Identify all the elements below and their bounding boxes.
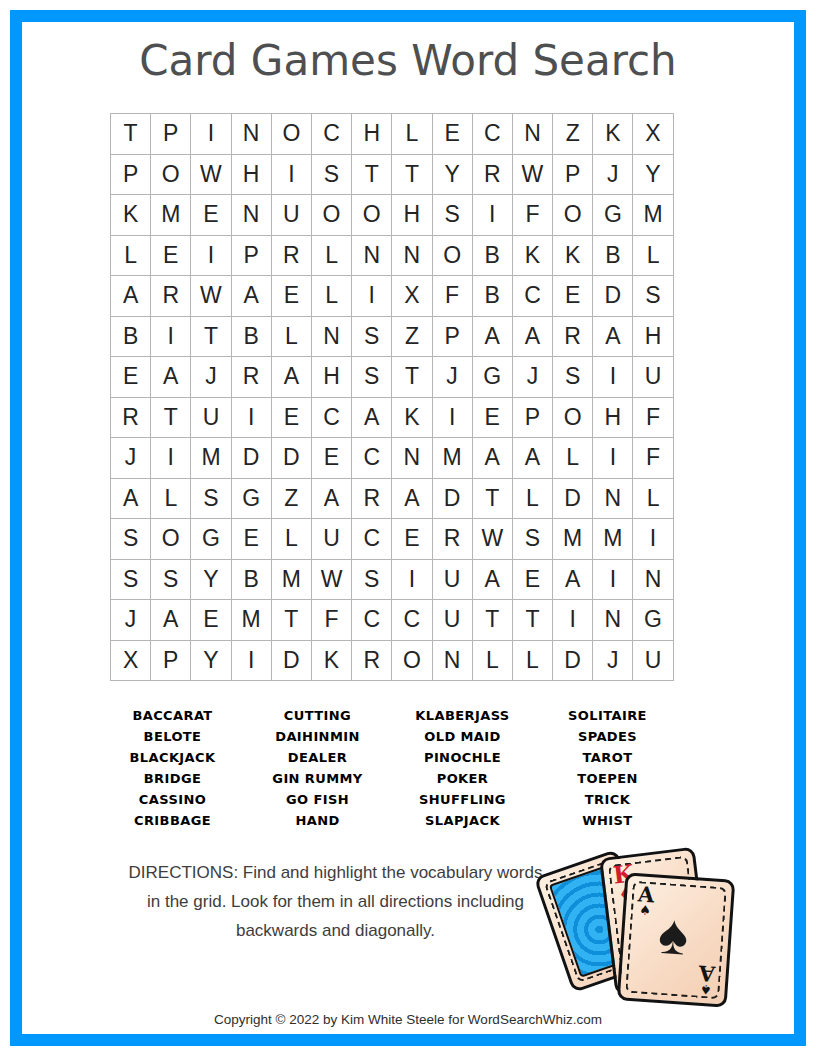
grid-cell: C	[352, 519, 391, 559]
grid-cell: D	[593, 276, 632, 316]
grid-cell: F	[433, 276, 472, 316]
grid-cell: N	[392, 236, 431, 276]
word-list-item: CRIBBAGE	[100, 810, 245, 831]
grid-cell: Z	[392, 317, 431, 357]
grid-cell: S	[352, 317, 391, 357]
grid-cell: I	[433, 398, 472, 438]
grid-cell: A	[513, 438, 552, 478]
grid-cell: I	[191, 114, 230, 154]
grid-cell: I	[633, 519, 672, 559]
grid-cell: L	[272, 317, 311, 357]
grid-cell: I	[352, 276, 391, 316]
grid-cell: E	[111, 357, 150, 397]
grid-cell: F	[633, 438, 672, 478]
word-list-column: CUTTINGDAIHINMINDEALERGIN RUMMYGO FISHHA…	[245, 705, 390, 831]
grid-cell: T	[473, 479, 512, 519]
grid-cell: R	[111, 398, 150, 438]
grid-cell: J	[191, 357, 230, 397]
directions-line: in the grid. Look for them in all direct…	[118, 887, 553, 916]
grid-cell: N	[633, 560, 672, 600]
grid-cell: X	[111, 641, 150, 681]
grid-cell: L	[111, 236, 150, 276]
page: Card Games Word Search TPINOCHLECNZKXPOW…	[0, 0, 816, 1056]
directions-text: DIRECTIONS: Find and highlight the vocab…	[118, 858, 553, 945]
grid-cell: G	[593, 195, 632, 235]
grid-cell: L	[513, 641, 552, 681]
grid-cell: S	[191, 479, 230, 519]
grid-cell: O	[433, 236, 472, 276]
grid-cell: M	[633, 195, 672, 235]
grid-cell: T	[473, 600, 512, 640]
grid-cell: O	[553, 398, 592, 438]
grid-cell: S	[633, 276, 672, 316]
grid-cell: K	[593, 114, 632, 154]
grid-cell: N	[593, 600, 632, 640]
grid-cell: E	[433, 114, 472, 154]
grid-cell: J	[111, 600, 150, 640]
grid-cell: T	[272, 600, 311, 640]
grid-cell: T	[513, 600, 552, 640]
grid-cell: R	[151, 276, 190, 316]
grid-cell: L	[633, 479, 672, 519]
word-list-item: HAND	[245, 810, 390, 831]
grid-cell: J	[513, 357, 552, 397]
grid-cell: Y	[191, 560, 230, 600]
ace-rank-label: A	[698, 963, 716, 984]
grid-cell: S	[433, 195, 472, 235]
grid-cell: E	[553, 276, 592, 316]
grid-cell: J	[593, 641, 632, 681]
word-list-item: BACCARAT	[100, 705, 245, 726]
grid-cell: N	[312, 317, 351, 357]
grid-cell: R	[232, 357, 271, 397]
word-list-item: TOEPEN	[535, 768, 680, 789]
grid-cell: O	[272, 114, 311, 154]
grid-cell: I	[593, 357, 632, 397]
word-list-item: BLACKJACK	[100, 747, 245, 768]
grid-cell: F	[312, 600, 351, 640]
grid-cell: U	[272, 195, 311, 235]
word-list-item: DAIHINMIN	[245, 726, 390, 747]
grid-cell: B	[473, 236, 512, 276]
grid-cell: S	[352, 357, 391, 397]
grid-cell: S	[151, 560, 190, 600]
grid-cell: C	[473, 114, 512, 154]
grid-cell: L	[392, 114, 431, 154]
grid-cell: F	[513, 195, 552, 235]
grid-cell: E	[191, 600, 230, 640]
grid-cell: X	[633, 114, 672, 154]
grid-cell: A	[392, 479, 431, 519]
grid-cell: O	[312, 195, 351, 235]
grid-cell: C	[392, 600, 431, 640]
grid-cell: B	[473, 276, 512, 316]
grid-cell: K	[312, 641, 351, 681]
grid-cell: S	[111, 560, 150, 600]
grid-cell: M	[191, 438, 230, 478]
grid-cell: A	[111, 479, 150, 519]
word-list: BACCARATBELOTEBLACKJACKBRIDGECASSINOCRIB…	[100, 705, 680, 831]
word-list-item: BELOTE	[100, 726, 245, 747]
grid-cell: P	[151, 114, 190, 154]
grid-cell: A	[473, 438, 512, 478]
grid-cell: T	[392, 357, 431, 397]
grid-cell: I	[272, 155, 311, 195]
grid-cell: P	[553, 155, 592, 195]
grid-cell: P	[433, 317, 472, 357]
grid-cell: D	[553, 641, 592, 681]
grid-cell: M	[232, 600, 271, 640]
grid-cell: L	[553, 438, 592, 478]
grid-cell: N	[593, 479, 632, 519]
grid-cell: N	[232, 195, 271, 235]
grid-cell: J	[111, 438, 150, 478]
spade-icon: ♠	[622, 901, 724, 968]
word-list-item: SHUFFLING	[390, 789, 535, 810]
grid-cell: P	[513, 398, 552, 438]
grid-cell: N	[352, 236, 391, 276]
grid-cell: W	[312, 560, 351, 600]
grid-cell: A	[232, 276, 271, 316]
grid-cell: W	[473, 519, 512, 559]
word-list-item: SPADES	[535, 726, 680, 747]
grid-cell: J	[593, 155, 632, 195]
grid-cell: R	[352, 479, 391, 519]
word-list-item: GO FISH	[245, 789, 390, 810]
grid-cell: L	[151, 479, 190, 519]
grid-cell: O	[352, 195, 391, 235]
grid-cell: E	[232, 519, 271, 559]
grid-cell: S	[513, 519, 552, 559]
grid-cell: R	[553, 317, 592, 357]
grid-cell: L	[272, 519, 311, 559]
grid-cell: A	[151, 600, 190, 640]
grid-cell: E	[191, 195, 230, 235]
grid-cell: F	[633, 398, 672, 438]
grid-cell: I	[232, 641, 271, 681]
grid-cell: A	[111, 276, 150, 316]
grid-cell: H	[312, 357, 351, 397]
grid-cell: T	[111, 114, 150, 154]
word-list-item: DEALER	[245, 747, 390, 768]
grid-cell: P	[232, 236, 271, 276]
grid-cell: R	[272, 236, 311, 276]
grid-cell: A	[513, 317, 552, 357]
grid-cell: K	[392, 398, 431, 438]
grid-cell: L	[513, 479, 552, 519]
playing-cards-illustration: ♦ K ♦ A ♠ ♠ ♠ A	[545, 848, 750, 1016]
grid-cell: O	[151, 155, 190, 195]
word-list-item: TRICK	[535, 789, 680, 810]
grid-cell: B	[593, 236, 632, 276]
word-list-item: TAROT	[535, 747, 680, 768]
grid-cell: E	[513, 560, 552, 600]
grid-cell: R	[352, 641, 391, 681]
word-list-item: PINOCHLE	[390, 747, 535, 768]
word-list-column: BACCARATBELOTEBLACKJACKBRIDGECASSINOCRIB…	[100, 705, 245, 831]
grid-cell: P	[151, 641, 190, 681]
grid-cell: T	[151, 398, 190, 438]
grid-cell: B	[232, 317, 271, 357]
grid-cell: I	[593, 560, 632, 600]
grid-cell: C	[352, 600, 391, 640]
grid-cell: N	[232, 114, 271, 154]
grid-cell: N	[433, 641, 472, 681]
grid-cell: O	[392, 641, 431, 681]
grid-cell: L	[473, 641, 512, 681]
grid-cell: K	[111, 195, 150, 235]
grid-cell: A	[352, 398, 391, 438]
grid-cell: K	[513, 236, 552, 276]
grid-cell: Y	[433, 155, 472, 195]
directions-line: DIRECTIONS: Find and highlight the vocab…	[118, 858, 553, 887]
grid-cell: D	[232, 438, 271, 478]
word-list-column: SOLITAIRESPADESTAROTTOEPENTRICKWHIST	[535, 705, 680, 831]
grid-cell: A	[473, 317, 512, 357]
grid-cell: S	[312, 155, 351, 195]
word-list-item: WHIST	[535, 810, 680, 831]
grid-cell: M	[151, 195, 190, 235]
grid-cell: L	[312, 276, 351, 316]
grid-cell: U	[633, 357, 672, 397]
grid-cell: H	[232, 155, 271, 195]
grid-cell: O	[151, 519, 190, 559]
grid-cell: A	[473, 560, 512, 600]
directions-line: backwards and diagonally.	[118, 916, 553, 945]
grid-cell: H	[633, 317, 672, 357]
grid-cell: G	[633, 600, 672, 640]
grid-cell: A	[272, 357, 311, 397]
grid-cell: X	[392, 276, 431, 316]
grid-cell: M	[433, 438, 472, 478]
grid-cell: Z	[272, 479, 311, 519]
grid-cell: S	[553, 357, 592, 397]
grid-cell: W	[191, 155, 230, 195]
grid-cell: L	[312, 236, 351, 276]
grid-cell: C	[312, 114, 351, 154]
grid-cell: H	[352, 114, 391, 154]
grid-cell: I	[553, 600, 592, 640]
grid-cell: T	[191, 317, 230, 357]
grid-cell: W	[513, 155, 552, 195]
grid-cell: Y	[633, 155, 672, 195]
grid-cell: I	[473, 195, 512, 235]
ace-of-spades-card: A ♠ ♠ ♠ A	[617, 872, 736, 1007]
grid-cell: I	[151, 317, 190, 357]
grid-cell: I	[232, 398, 271, 438]
grid-cell: R	[433, 519, 472, 559]
grid-cell: M	[272, 560, 311, 600]
grid-cell: T	[392, 155, 431, 195]
grid-cell: D	[553, 479, 592, 519]
word-list-item: GIN RUMMY	[245, 768, 390, 789]
grid-cell: U	[433, 600, 472, 640]
grid-cell: Z	[553, 114, 592, 154]
grid-cell: T	[352, 155, 391, 195]
page-title: Card Games Word Search	[0, 36, 816, 85]
grid-cell: G	[191, 519, 230, 559]
grid-cell: U	[433, 560, 472, 600]
grid-cell: J	[433, 357, 472, 397]
word-search-grid: TPINOCHLECNZKXPOWHISTTYRWPJYKMENUOOHSIFO…	[110, 113, 674, 681]
grid-cell: S	[111, 519, 150, 559]
grid-cell: I	[593, 438, 632, 478]
grid-cell: B	[232, 560, 271, 600]
word-list-item: POKER	[390, 768, 535, 789]
word-list-item: OLD MAID	[390, 726, 535, 747]
grid-cell: P	[111, 155, 150, 195]
grid-cell: M	[593, 519, 632, 559]
grid-cell: I	[392, 560, 431, 600]
word-list-item: CUTTING	[245, 705, 390, 726]
grid-cell: C	[352, 438, 391, 478]
grid-cell: G	[232, 479, 271, 519]
grid-cell: M	[553, 519, 592, 559]
grid-cell: E	[312, 438, 351, 478]
word-list-item: SLAPJACK	[390, 810, 535, 831]
grid-cell: L	[633, 236, 672, 276]
grid-cell: D	[272, 641, 311, 681]
grid-cell: Y	[191, 641, 230, 681]
grid-cell: I	[191, 236, 230, 276]
grid-cell: A	[312, 479, 351, 519]
word-list-item: BRIDGE	[100, 768, 245, 789]
grid-cell: D	[433, 479, 472, 519]
grid-cell: K	[553, 236, 592, 276]
word-list-item: SOLITAIRE	[535, 705, 680, 726]
grid-cell: D	[272, 438, 311, 478]
grid-cell: E	[392, 519, 431, 559]
grid-cell: E	[272, 398, 311, 438]
grid-cell: H	[593, 398, 632, 438]
grid-cell: H	[392, 195, 431, 235]
grid-cell: E	[473, 398, 512, 438]
grid-cell: O	[553, 195, 592, 235]
grid-cell: E	[272, 276, 311, 316]
word-list-column: KLABERJASSOLD MAIDPINOCHLEPOKERSHUFFLING…	[390, 705, 535, 831]
grid-cell: S	[352, 560, 391, 600]
grid-cell: U	[191, 398, 230, 438]
grid-cell: U	[312, 519, 351, 559]
grid-cell: C	[312, 398, 351, 438]
grid-cell: G	[473, 357, 512, 397]
grid-cell: E	[151, 236, 190, 276]
grid-cell: I	[151, 438, 190, 478]
grid-cell: N	[392, 438, 431, 478]
word-list-item: KLABERJASS	[390, 705, 535, 726]
grid-cell: A	[593, 317, 632, 357]
grid-cell: C	[513, 276, 552, 316]
word-list-item: CASSINO	[100, 789, 245, 810]
grid-cell: U	[633, 641, 672, 681]
grid-cell: B	[111, 317, 150, 357]
grid-cell: A	[151, 357, 190, 397]
ace-corner-index: ♠ A	[697, 963, 715, 996]
grid-cell: R	[473, 155, 512, 195]
grid-cell: N	[513, 114, 552, 154]
grid-cell: A	[553, 560, 592, 600]
copyright-text: Copyright © 2022 by Kim White Steele for…	[0, 1012, 816, 1027]
grid-cell: W	[191, 276, 230, 316]
